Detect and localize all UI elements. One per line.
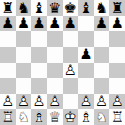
piece-black-pawn[interactable]: ♟ — [109, 16, 125, 32]
white-king-outline: ♔ — [63, 109, 79, 125]
piece-white-rook[interactable]: ♜♖ — [109, 109, 125, 125]
piece-white-pawn[interactable]: ♟♙ — [78, 94, 94, 110]
square-a8[interactable]: ♜ — [0, 0, 16, 16]
piece-white-bishop[interactable]: ♝♗ — [31, 109, 47, 125]
white-pawn-outline: ♙ — [78, 94, 94, 110]
square-c5[interactable] — [31, 47, 47, 63]
piece-black-pawn[interactable]: ♟ — [78, 47, 94, 63]
square-h4[interactable] — [109, 63, 125, 79]
chess-board: ♜♞♝♛♚♝♞♜♟♟♟♟♟♟♟♟♟♙♟♙♟♙♟♙♟♙♟♙♟♙♟♙♜♖♞♘♝♗♛♕… — [0, 0, 125, 125]
square-c3[interactable] — [31, 78, 47, 94]
white-pawn-outline: ♙ — [31, 94, 47, 110]
square-b5[interactable] — [16, 47, 32, 63]
square-g6[interactable] — [94, 31, 110, 47]
square-f1[interactable]: ♝♗ — [78, 109, 94, 125]
square-h6[interactable] — [109, 31, 125, 47]
white-rook-outline: ♖ — [0, 109, 16, 125]
square-b7[interactable]: ♟ — [16, 16, 32, 32]
piece-black-pawn[interactable]: ♟ — [94, 16, 110, 32]
square-b4[interactable] — [16, 63, 32, 79]
white-queen-outline: ♕ — [47, 109, 63, 125]
piece-black-bishop[interactable]: ♝ — [78, 0, 94, 16]
white-knight-outline: ♘ — [94, 109, 110, 125]
square-g3[interactable] — [94, 78, 110, 94]
piece-black-queen[interactable]: ♛ — [47, 0, 63, 16]
piece-black-king[interactable]: ♚ — [63, 0, 79, 16]
square-a4[interactable] — [0, 63, 16, 79]
square-g2[interactable]: ♟♙ — [94, 94, 110, 110]
square-e5[interactable] — [63, 47, 79, 63]
square-h7[interactable]: ♟ — [109, 16, 125, 32]
square-a6[interactable] — [0, 31, 16, 47]
square-f8[interactable]: ♝ — [78, 0, 94, 16]
piece-black-bishop[interactable]: ♝ — [31, 0, 47, 16]
square-b2[interactable]: ♟♙ — [16, 94, 32, 110]
piece-white-rook[interactable]: ♜♖ — [0, 109, 16, 125]
square-c2[interactable]: ♟♙ — [31, 94, 47, 110]
piece-white-knight[interactable]: ♞♘ — [16, 109, 32, 125]
square-a1[interactable]: ♜♖ — [0, 109, 16, 125]
piece-white-pawn[interactable]: ♟♙ — [31, 94, 47, 110]
square-f7[interactable] — [78, 16, 94, 32]
piece-white-pawn[interactable]: ♟♙ — [16, 94, 32, 110]
piece-black-knight[interactable]: ♞ — [94, 0, 110, 16]
square-d1[interactable]: ♛♕ — [47, 109, 63, 125]
square-h2[interactable]: ♟♙ — [109, 94, 125, 110]
square-a7[interactable]: ♟ — [0, 16, 16, 32]
square-f2[interactable]: ♟♙ — [78, 94, 94, 110]
square-e2[interactable] — [63, 94, 79, 110]
square-a3[interactable] — [0, 78, 16, 94]
square-b1[interactable]: ♞♘ — [16, 109, 32, 125]
piece-black-pawn[interactable]: ♟ — [31, 16, 47, 32]
white-pawn-outline: ♙ — [94, 94, 110, 110]
square-h1[interactable]: ♜♖ — [109, 109, 125, 125]
square-g8[interactable]: ♞ — [94, 0, 110, 16]
white-pawn-outline: ♙ — [16, 94, 32, 110]
piece-white-queen[interactable]: ♛♕ — [47, 109, 63, 125]
white-rook-outline: ♖ — [109, 109, 125, 125]
piece-white-pawn[interactable]: ♟♙ — [47, 94, 63, 110]
square-g1[interactable]: ♞♘ — [94, 109, 110, 125]
square-h8[interactable]: ♜ — [109, 0, 125, 16]
square-d5[interactable] — [47, 47, 63, 63]
square-c1[interactable]: ♝♗ — [31, 109, 47, 125]
square-g4[interactable] — [94, 63, 110, 79]
piece-white-pawn[interactable]: ♟♙ — [109, 94, 125, 110]
square-f4[interactable] — [78, 63, 94, 79]
piece-white-knight[interactable]: ♞♘ — [94, 109, 110, 125]
white-bishop-outline: ♗ — [78, 109, 94, 125]
piece-black-knight[interactable]: ♞ — [16, 0, 32, 16]
white-pawn-outline: ♙ — [47, 94, 63, 110]
square-e1[interactable]: ♚♔ — [63, 109, 79, 125]
white-knight-outline: ♘ — [16, 109, 32, 125]
white-pawn-outline: ♙ — [109, 94, 125, 110]
white-pawn-outline: ♙ — [0, 94, 16, 110]
piece-white-king[interactable]: ♚♔ — [63, 109, 79, 125]
piece-black-rook[interactable]: ♜ — [109, 0, 125, 16]
square-e8[interactable]: ♚ — [63, 0, 79, 16]
square-e7[interactable]: ♟ — [63, 16, 79, 32]
square-g7[interactable]: ♟ — [94, 16, 110, 32]
square-h5[interactable] — [109, 47, 125, 63]
square-h3[interactable] — [109, 78, 125, 94]
square-d6[interactable] — [47, 31, 63, 47]
square-e6[interactable] — [63, 31, 79, 47]
white-bishop-outline: ♗ — [31, 109, 47, 125]
square-b3[interactable] — [16, 78, 32, 94]
square-b6[interactable] — [16, 31, 32, 47]
square-f3[interactable] — [78, 78, 94, 94]
square-b8[interactable]: ♞ — [16, 0, 32, 16]
piece-black-pawn[interactable]: ♟ — [63, 16, 79, 32]
piece-white-pawn[interactable]: ♟♙ — [94, 94, 110, 110]
square-d4[interactable] — [47, 63, 63, 79]
square-a2[interactable]: ♟♙ — [0, 94, 16, 110]
square-d3[interactable] — [47, 78, 63, 94]
piece-black-pawn[interactable]: ♟ — [0, 16, 16, 32]
piece-white-pawn[interactable]: ♟♙ — [63, 63, 79, 79]
square-a5[interactable] — [0, 47, 16, 63]
white-pawn-outline: ♙ — [63, 63, 79, 79]
square-e3[interactable] — [63, 78, 79, 94]
piece-black-pawn[interactable]: ♟ — [47, 16, 63, 32]
square-f6[interactable] — [78, 31, 94, 47]
piece-white-bishop[interactable]: ♝♗ — [78, 109, 94, 125]
square-c4[interactable] — [31, 63, 47, 79]
square-d8[interactable]: ♛ — [47, 0, 63, 16]
square-e4[interactable]: ♟♙ — [63, 63, 79, 79]
piece-black-rook[interactable]: ♜ — [0, 0, 16, 16]
square-g5[interactable] — [94, 47, 110, 63]
piece-white-pawn[interactable]: ♟♙ — [0, 94, 16, 110]
square-c6[interactable] — [31, 31, 47, 47]
square-d7[interactable]: ♟ — [47, 16, 63, 32]
square-d2[interactable]: ♟♙ — [47, 94, 63, 110]
square-c8[interactable]: ♝ — [31, 0, 47, 16]
piece-black-pawn[interactable]: ♟ — [16, 16, 32, 32]
square-c7[interactable]: ♟ — [31, 16, 47, 32]
square-f5[interactable]: ♟ — [78, 47, 94, 63]
